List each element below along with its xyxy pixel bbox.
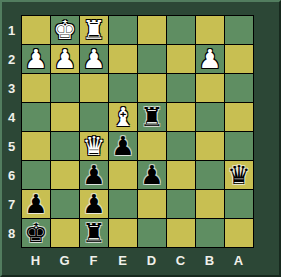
square-b6[interactable] [196,161,224,189]
chess-board[interactable]: ♚♜♟♟♟♟♝♜♛♟♟♟♛♟♟♚♜ [21,15,254,248]
square-b2[interactable]: ♟ [196,45,224,73]
piece-black-queen[interactable]: ♛ [227,161,250,189]
square-c7[interactable] [167,190,195,218]
square-g1[interactable]: ♚ [51,16,79,44]
piece-white-pawn[interactable]: ♟ [24,45,47,73]
square-g7[interactable] [51,190,79,218]
piece-white-pawn[interactable]: ♟ [53,45,76,73]
square-c1[interactable] [167,16,195,44]
square-d4[interactable]: ♜ [138,103,166,131]
file-label-g: G [50,249,79,271]
square-h5[interactable] [22,132,50,160]
square-c3[interactable] [167,74,195,102]
square-c6[interactable] [167,161,195,189]
square-h4[interactable] [22,103,50,131]
square-e6[interactable] [109,161,137,189]
square-e8[interactable] [109,219,137,247]
square-d7[interactable] [138,190,166,218]
square-f2[interactable]: ♟ [80,45,108,73]
square-g8[interactable] [51,219,79,247]
square-a7[interactable] [225,190,253,218]
piece-black-rook[interactable]: ♜ [140,103,163,131]
square-d1[interactable] [138,16,166,44]
rank-label-1: 1 [2,16,21,45]
piece-white-pawn[interactable]: ♟ [82,45,105,73]
piece-black-pawn[interactable]: ♟ [82,161,105,189]
rank-label-7: 7 [2,190,21,219]
file-label-d: D [137,249,166,271]
square-a5[interactable] [225,132,253,160]
square-d2[interactable] [138,45,166,73]
square-f8[interactable]: ♜ [80,219,108,247]
square-c2[interactable] [167,45,195,73]
square-a3[interactable] [225,74,253,102]
square-d3[interactable] [138,74,166,102]
piece-white-queen[interactable]: ♛ [82,132,105,160]
square-a2[interactable] [225,45,253,73]
rank-label-8: 8 [2,219,21,248]
square-a8[interactable] [225,219,253,247]
square-h8[interactable]: ♚ [22,219,50,247]
piece-black-rook[interactable]: ♜ [82,219,105,247]
square-b4[interactable] [196,103,224,131]
square-e2[interactable] [109,45,137,73]
file-label-f: F [79,249,108,271]
square-h6[interactable] [22,161,50,189]
square-d5[interactable] [138,132,166,160]
square-c4[interactable] [167,103,195,131]
square-h2[interactable]: ♟ [22,45,50,73]
file-label-e: E [108,249,137,271]
square-g3[interactable] [51,74,79,102]
square-f3[interactable] [80,74,108,102]
piece-white-pawn[interactable]: ♟ [198,45,221,73]
file-label-c: C [166,249,195,271]
square-e7[interactable] [109,190,137,218]
file-label-a: A [224,249,253,271]
piece-white-bishop[interactable]: ♝ [111,103,134,131]
piece-black-pawn[interactable]: ♟ [82,190,105,218]
file-label-b: B [195,249,224,271]
square-a6[interactable]: ♛ [225,161,253,189]
square-f4[interactable] [80,103,108,131]
square-e4[interactable]: ♝ [109,103,137,131]
rank-label-3: 3 [2,74,21,103]
rank-labels: 12345678 [2,16,21,248]
piece-white-rook[interactable]: ♜ [82,16,105,44]
file-label-h: H [21,249,50,271]
square-b3[interactable] [196,74,224,102]
square-e1[interactable] [109,16,137,44]
square-h7[interactable]: ♟ [22,190,50,218]
rank-label-4: 4 [2,103,21,132]
piece-black-pawn[interactable]: ♟ [111,132,134,160]
square-e5[interactable]: ♟ [109,132,137,160]
square-d6[interactable]: ♟ [138,161,166,189]
rank-label-6: 6 [2,161,21,190]
square-g5[interactable] [51,132,79,160]
square-d8[interactable] [138,219,166,247]
chess-board-window: 12345678 ♚♜♟♟♟♟♝♜♛♟♟♟♛♟♟♚♜ HGFEDCBA [0,0,281,277]
square-c8[interactable] [167,219,195,247]
square-b5[interactable] [196,132,224,160]
piece-white-king[interactable]: ♚ [53,16,76,44]
square-f5[interactable]: ♛ [80,132,108,160]
square-f7[interactable]: ♟ [80,190,108,218]
square-h1[interactable] [22,16,50,44]
square-h3[interactable] [22,74,50,102]
square-f6[interactable]: ♟ [80,161,108,189]
square-g4[interactable] [51,103,79,131]
square-a1[interactable] [225,16,253,44]
square-b7[interactable] [196,190,224,218]
rank-label-2: 2 [2,45,21,74]
piece-black-king[interactable]: ♚ [24,219,47,247]
square-c5[interactable] [167,132,195,160]
square-b8[interactable] [196,219,224,247]
square-f1[interactable]: ♜ [80,16,108,44]
square-e3[interactable] [109,74,137,102]
square-b1[interactable] [196,16,224,44]
file-labels: HGFEDCBA [21,249,255,271]
square-g6[interactable] [51,161,79,189]
rank-label-5: 5 [2,132,21,161]
square-a4[interactable] [225,103,253,131]
square-g2[interactable]: ♟ [51,45,79,73]
piece-black-pawn[interactable]: ♟ [140,161,163,189]
piece-black-pawn[interactable]: ♟ [24,190,47,218]
